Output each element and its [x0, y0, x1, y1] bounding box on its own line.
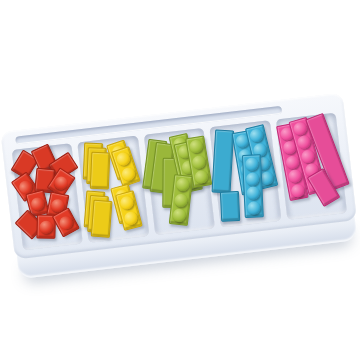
- compartment-green: [144, 128, 216, 235]
- compartment-pink: [275, 113, 347, 220]
- blue-stud: [245, 157, 259, 171]
- yellow-tile-2-stud: [111, 146, 141, 187]
- sorting-tray: [1, 93, 360, 282]
- red-stud: [40, 220, 53, 233]
- pink-stud: [287, 169, 302, 184]
- blue-stud: [247, 187, 261, 201]
- pink-stud: [299, 148, 315, 164]
- product-photo-scene: [0, 0, 360, 360]
- compartment-red: [12, 143, 84, 250]
- green-stud: [191, 154, 206, 169]
- blue-stud: [246, 172, 260, 186]
- pink-stud: [295, 134, 311, 150]
- compartment-yellow: [78, 136, 150, 243]
- pink-stud: [290, 183, 305, 198]
- red-stud: [52, 174, 70, 192]
- green-stud: [194, 169, 209, 184]
- blue-tile-back: [212, 129, 235, 193]
- yellow-tile-back: [90, 152, 111, 190]
- blue-stud: [249, 127, 265, 143]
- red-stud: [57, 214, 75, 232]
- green-stud: [172, 208, 186, 222]
- green-stud: [174, 193, 188, 207]
- blue-tile-back: [220, 191, 240, 222]
- red-stud: [30, 196, 46, 212]
- yellow-stud: [123, 210, 139, 226]
- blue-tile-4-stud: [242, 154, 264, 218]
- yellow-tile-2-stud: [115, 190, 143, 231]
- yellow-stud: [115, 151, 131, 167]
- yellow-stud: [119, 195, 135, 211]
- green-stud: [175, 178, 189, 192]
- compartment-blue: [210, 120, 282, 227]
- blue-stud: [247, 201, 261, 215]
- yellow-stud: [121, 166, 137, 182]
- yellow-tile-back: [91, 199, 113, 237]
- green-stud: [188, 139, 203, 154]
- pink-stud: [292, 120, 308, 136]
